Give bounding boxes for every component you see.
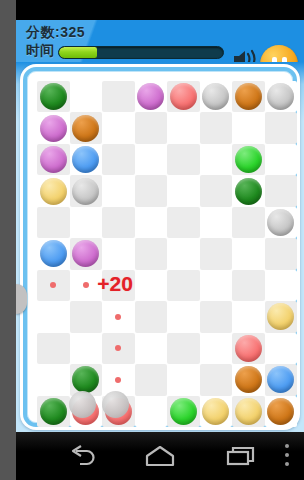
- cell-r10c5[interactable]: [167, 364, 200, 395]
- ball-gray-r1c6[interactable]: [202, 83, 229, 110]
- cell-r1c7[interactable]: [232, 81, 265, 112]
- cell-r8c5[interactable]: [167, 301, 200, 332]
- cell-r5c6[interactable]: [200, 207, 233, 238]
- cell-r11c7[interactable]: [232, 396, 265, 427]
- ball-gray-r5c8[interactable]: [267, 209, 294, 236]
- cell-r5c3[interactable]: [102, 207, 135, 238]
- cell-r4c6[interactable]: [200, 175, 233, 206]
- cell-r1c3[interactable]: [102, 81, 135, 112]
- time-label: 时间: [26, 42, 54, 60]
- cell-r11c4[interactable]: [135, 396, 168, 427]
- ball-dark-green-r4c7[interactable]: [235, 178, 262, 205]
- cell-r6c3[interactable]: [102, 238, 135, 269]
- cell-r11c1[interactable]: [37, 396, 70, 427]
- home-button[interactable]: [144, 444, 176, 468]
- cell-r5c8[interactable]: [265, 207, 298, 238]
- ball-red-r11c3[interactable]: [105, 398, 132, 425]
- cell-r3c6[interactable]: [200, 144, 233, 175]
- cell-r6c8[interactable]: [265, 238, 298, 269]
- ball-yellow-r8c8[interactable]: [267, 303, 294, 330]
- cell-r4c1[interactable]: [37, 175, 70, 206]
- cell-r5c4[interactable]: [135, 207, 168, 238]
- cell-r8c2[interactable]: [70, 301, 103, 332]
- cell-r1c2[interactable]: [70, 81, 103, 112]
- ball-blue-r6c1[interactable]: [40, 240, 67, 267]
- cell-r5c2[interactable]: [70, 207, 103, 238]
- cell-r2c6[interactable]: [200, 112, 233, 143]
- time-progress-fill: [59, 47, 97, 58]
- cell-r7c7[interactable]: [232, 270, 265, 301]
- cell-r1c5[interactable]: [167, 81, 200, 112]
- cell-r1c6[interactable]: [200, 81, 233, 112]
- ball-orange-r11c8[interactable]: [267, 398, 294, 425]
- cell-r4c8[interactable]: [265, 175, 298, 206]
- cell-r11c6[interactable]: [200, 396, 233, 427]
- ball-orange-r2c2[interactable]: [72, 115, 99, 142]
- cell-r8c3[interactable]: [102, 301, 135, 332]
- cell-r9c4[interactable]: [135, 333, 168, 364]
- cell-r4c5[interactable]: [167, 175, 200, 206]
- android-nav-bar: [16, 432, 304, 480]
- cell-r10c1[interactable]: [37, 364, 70, 395]
- cell-r7c6[interactable]: [200, 270, 233, 301]
- ball-magenta-r6c2[interactable]: [72, 240, 99, 267]
- ball-orange-r1c7[interactable]: [235, 83, 262, 110]
- cell-r3c4[interactable]: [135, 144, 168, 175]
- cell-r7c3[interactable]: [102, 270, 135, 301]
- cell-r10c8[interactable]: [265, 364, 298, 395]
- cell-r8c8[interactable]: [265, 301, 298, 332]
- cell-r5c1[interactable]: [37, 207, 70, 238]
- cell-r4c3[interactable]: [102, 175, 135, 206]
- ball-red-r1c5[interactable]: [170, 83, 197, 110]
- ball-gray-r1c8[interactable]: [267, 83, 294, 110]
- cell-r11c2[interactable]: [70, 396, 103, 427]
- cell-r6c1[interactable]: [37, 238, 70, 269]
- cell-r1c8[interactable]: [265, 81, 298, 112]
- ball-light-green-r11c5[interactable]: [170, 398, 197, 425]
- game-area: +20: [16, 62, 304, 432]
- cell-r10c4[interactable]: [135, 364, 168, 395]
- time-progress-bar: [58, 46, 224, 59]
- cell-r10c3[interactable]: [102, 364, 135, 395]
- board-border: +20: [23, 67, 297, 427]
- cell-r7c4[interactable]: [135, 270, 168, 301]
- ball-yellow-r11c7[interactable]: [235, 398, 262, 425]
- cell-r11c8[interactable]: [265, 396, 298, 427]
- cell-r4c2[interactable]: [70, 175, 103, 206]
- ball-magenta-r2c1[interactable]: [40, 115, 67, 142]
- cell-r2c1[interactable]: [37, 112, 70, 143]
- cell-r3c3[interactable]: [102, 144, 135, 175]
- ball-magenta-r1c4[interactable]: [137, 83, 164, 110]
- phone-screen: 分数:325 时间 +20: [16, 0, 304, 480]
- cell-r1c4[interactable]: [135, 81, 168, 112]
- game-board: [37, 81, 297, 427]
- cell-r11c3[interactable]: [102, 396, 135, 427]
- cell-r9c2[interactable]: [70, 333, 103, 364]
- cell-r7c8[interactable]: [265, 270, 298, 301]
- cell-r9c1[interactable]: [37, 333, 70, 364]
- cell-r3c1[interactable]: [37, 144, 70, 175]
- menu-dots-icon[interactable]: [282, 442, 292, 470]
- cell-r1c1[interactable]: [37, 81, 70, 112]
- cell-r3c7[interactable]: [232, 144, 265, 175]
- ball-red-r11c2[interactable]: [72, 398, 99, 425]
- cell-r7c5[interactable]: [167, 270, 200, 301]
- cell-r10c2[interactable]: [70, 364, 103, 395]
- cell-r9c5[interactable]: [167, 333, 200, 364]
- cell-r6c5[interactable]: [167, 238, 200, 269]
- cell-r10c7[interactable]: [232, 364, 265, 395]
- ball-gray-r4c2[interactable]: [72, 178, 99, 205]
- cell-r8c4[interactable]: [135, 301, 168, 332]
- cell-r6c4[interactable]: [135, 238, 168, 269]
- status-bar: [16, 0, 304, 20]
- cell-r6c6[interactable]: [200, 238, 233, 269]
- cell-r11c5[interactable]: [167, 396, 200, 427]
- cell-r4c7[interactable]: [232, 175, 265, 206]
- cell-r9c6[interactable]: [200, 333, 233, 364]
- ball-dark-green-r10c2[interactable]: [72, 366, 99, 393]
- cell-r8c1[interactable]: [37, 301, 70, 332]
- score-label: 分数:: [26, 24, 60, 40]
- cell-r3c2[interactable]: [70, 144, 103, 175]
- game-header: 分数:325 时间: [16, 20, 304, 62]
- cell-r8c7[interactable]: [232, 301, 265, 332]
- cell-r10c6[interactable]: [200, 364, 233, 395]
- cell-r7c2[interactable]: [70, 270, 103, 301]
- cell-r8c6[interactable]: [200, 301, 233, 332]
- cell-r5c5[interactable]: [167, 207, 200, 238]
- cell-r2c8[interactable]: [265, 112, 298, 143]
- ball-dark-green-r1c1[interactable]: [40, 83, 67, 110]
- ball-yellow-r11c6[interactable]: [202, 398, 229, 425]
- cell-r2c4[interactable]: [135, 112, 168, 143]
- cell-r3c5[interactable]: [167, 144, 200, 175]
- ball-orange-r10c7[interactable]: [235, 366, 262, 393]
- back-button[interactable]: [64, 444, 98, 468]
- cell-r9c3[interactable]: [102, 333, 135, 364]
- ball-magenta-r3c1[interactable]: [40, 146, 67, 173]
- board-frame: +20: [20, 64, 300, 430]
- cell-r2c7[interactable]: [232, 112, 265, 143]
- cell-r6c2[interactable]: [70, 238, 103, 269]
- cell-r6c7[interactable]: [232, 238, 265, 269]
- cell-r2c2[interactable]: [70, 112, 103, 143]
- ball-blue-r3c2[interactable]: [72, 146, 99, 173]
- ball-dark-green-r11c1[interactable]: [40, 398, 67, 425]
- cell-r9c7[interactable]: [232, 333, 265, 364]
- recents-button[interactable]: [224, 444, 258, 468]
- cell-r4c4[interactable]: [135, 175, 168, 206]
- cell-r2c3[interactable]: [102, 112, 135, 143]
- score-display: 分数:325: [26, 24, 85, 42]
- ball-yellow-r4c1[interactable]: [40, 178, 67, 205]
- score-value: 325: [60, 24, 85, 40]
- cell-r2c5[interactable]: [167, 112, 200, 143]
- cell-r3c8[interactable]: [265, 144, 298, 175]
- ball-red-r9c7[interactable]: [235, 335, 262, 362]
- cell-r7c1[interactable]: [37, 270, 70, 301]
- cell-r9c8[interactable]: [265, 333, 298, 364]
- ball-blue-r10c8[interactable]: [267, 366, 294, 393]
- cell-r5c7[interactable]: [232, 207, 265, 238]
- ball-light-green-r3c7[interactable]: [235, 146, 262, 173]
